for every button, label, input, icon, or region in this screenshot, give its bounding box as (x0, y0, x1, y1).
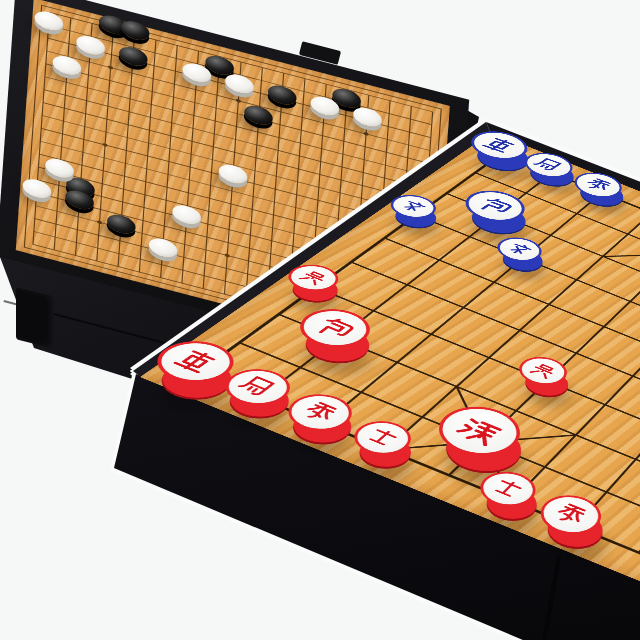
hanja-glyph-卒 (395, 198, 432, 215)
hanja-glyph-馬 (233, 373, 283, 401)
product-photo-canvas (0, 0, 640, 640)
hanja-glyph-包 (471, 195, 519, 217)
hanja-glyph-象 (579, 176, 617, 194)
hanja-glyph-士 (361, 425, 404, 451)
hanja-glyph-兵 (294, 268, 332, 288)
hanja-glyph-兵 (525, 360, 561, 381)
hanja-glyph-包 (308, 313, 362, 343)
hanja-glyph-車 (166, 346, 225, 378)
hanja-glyph-漢 (448, 412, 511, 450)
hanja-glyph-士 (487, 476, 529, 503)
hanja-glyph-車 (476, 135, 522, 156)
hanja-glyph-象 (548, 500, 594, 530)
janggi-set (0, 0, 640, 640)
hanja-glyph-卒 (502, 241, 538, 258)
hanja-glyph-馬 (529, 156, 568, 174)
hanja-glyph-象 (295, 398, 344, 426)
